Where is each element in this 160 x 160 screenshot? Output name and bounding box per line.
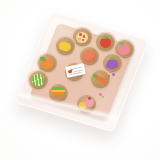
piece-carrot [92,71,109,87]
piece-strawberry [97,34,114,50]
shape [78,38,81,41]
shape [110,57,115,60]
shape [32,74,45,86]
shape [82,39,84,41]
wrap-print-icon [99,93,102,96]
wrap-print-icon [108,75,110,77]
shape [113,64,118,69]
wrap-print-icon [112,73,115,76]
shape [118,44,130,55]
piece-fruit-tart [74,29,91,45]
wrap-print-icon [109,70,112,73]
piece-cabbage [30,72,47,88]
shape [88,97,91,100]
shape [53,95,64,98]
shape [101,35,107,39]
piece-orange-with-leaf [39,55,56,71]
piece-orange [81,48,98,64]
shape [83,35,86,38]
shape [82,50,96,63]
shape [79,33,82,36]
shape [106,63,111,68]
wrap-print-icon [102,96,104,98]
piece-lemon [57,38,74,54]
piece-grapes [104,55,121,71]
photo-canvas [0,0,160,160]
